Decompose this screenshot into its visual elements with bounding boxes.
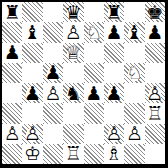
chess-board-frame: ♜♛♜♚♝♙♘♟♝♟♟♕♟♘♟♙♞♟♟♙♖♙♙♙♙♔♖♗: [0, 0, 168, 168]
white-bishop-icon[interactable]: ♗: [104, 144, 124, 164]
black-rook-icon[interactable]: ♜: [2, 2, 22, 22]
black-knight-icon[interactable]: ♞: [63, 83, 83, 103]
square-d7[interactable]: ♙: [63, 22, 83, 42]
square-d2[interactable]: [63, 124, 83, 144]
black-bishop-icon[interactable]: ♝: [124, 22, 144, 42]
square-e3[interactable]: [84, 103, 104, 123]
square-d8[interactable]: ♛: [63, 2, 83, 22]
white-pawn-icon[interactable]: ♙: [2, 124, 22, 144]
square-a6[interactable]: ♟: [2, 43, 22, 63]
white-pawn-icon[interactable]: ♙: [63, 22, 83, 42]
white-knight-icon[interactable]: ♘: [124, 63, 144, 83]
white-king-icon[interactable]: ♔: [22, 144, 42, 164]
square-e6[interactable]: [84, 43, 104, 63]
square-b1[interactable]: ♔: [22, 144, 42, 164]
square-a3[interactable]: [2, 103, 22, 123]
square-a5[interactable]: [2, 63, 22, 83]
square-b7[interactable]: ♝: [22, 22, 42, 42]
square-c5[interactable]: ♟: [43, 63, 63, 83]
square-a1[interactable]: [2, 144, 22, 164]
square-f2[interactable]: ♙: [104, 124, 124, 144]
black-pawn-icon[interactable]: ♟: [84, 83, 104, 103]
square-e8[interactable]: [84, 2, 104, 22]
white-knight-icon[interactable]: ♘: [84, 22, 104, 42]
square-f3[interactable]: [104, 103, 124, 123]
square-h3[interactable]: ♖: [145, 103, 165, 123]
square-h7[interactable]: ♟: [145, 22, 165, 42]
square-h8[interactable]: ♚: [145, 2, 165, 22]
white-pawn-icon[interactable]: ♙: [145, 83, 165, 103]
square-a8[interactable]: ♜: [2, 2, 22, 22]
square-c2[interactable]: [43, 124, 63, 144]
square-b2[interactable]: ♙: [22, 124, 42, 144]
square-c3[interactable]: [43, 103, 63, 123]
black-pawn-icon[interactable]: ♟: [2, 43, 22, 63]
square-e4[interactable]: ♟: [84, 83, 104, 103]
square-g5[interactable]: ♘: [124, 63, 144, 83]
square-e1[interactable]: [84, 144, 104, 164]
square-g7[interactable]: ♝: [124, 22, 144, 42]
square-b3[interactable]: [22, 103, 42, 123]
square-f7[interactable]: ♟: [104, 22, 124, 42]
black-rook-icon[interactable]: ♜: [104, 2, 124, 22]
square-e7[interactable]: ♘: [84, 22, 104, 42]
square-g1[interactable]: [124, 144, 144, 164]
square-d6[interactable]: ♕: [63, 43, 83, 63]
black-pawn-icon[interactable]: ♟: [104, 83, 124, 103]
square-a2[interactable]: ♙: [2, 124, 22, 144]
white-rook-icon[interactable]: ♖: [145, 103, 165, 123]
black-bishop-icon[interactable]: ♝: [22, 22, 42, 42]
square-g8[interactable]: [124, 2, 144, 22]
square-g2[interactable]: ♙: [124, 124, 144, 144]
square-b8[interactable]: [22, 2, 42, 22]
square-d5[interactable]: [63, 63, 83, 83]
square-d4[interactable]: ♞: [63, 83, 83, 103]
square-g6[interactable]: [124, 43, 144, 63]
square-g4[interactable]: [124, 83, 144, 103]
black-king-icon[interactable]: ♚: [145, 2, 165, 22]
square-d3[interactable]: [63, 103, 83, 123]
black-pawn-icon[interactable]: ♟: [104, 22, 124, 42]
square-c4[interactable]: ♙: [43, 83, 63, 103]
square-c6[interactable]: [43, 43, 63, 63]
square-e2[interactable]: [84, 124, 104, 144]
square-h6[interactable]: [145, 43, 165, 63]
square-h2[interactable]: [145, 124, 165, 144]
square-c1[interactable]: [43, 144, 63, 164]
black-pawn-icon[interactable]: ♟: [43, 63, 63, 83]
square-f1[interactable]: ♗: [104, 144, 124, 164]
black-pawn-icon[interactable]: ♟: [22, 83, 42, 103]
square-f8[interactable]: ♜: [104, 2, 124, 22]
black-pawn-icon[interactable]: ♟: [145, 22, 165, 42]
square-e5[interactable]: [84, 63, 104, 83]
white-pawn-icon[interactable]: ♙: [22, 124, 42, 144]
square-b5[interactable]: [22, 63, 42, 83]
white-queen-icon[interactable]: ♕: [63, 43, 83, 63]
square-c7[interactable]: [43, 22, 63, 42]
square-h4[interactable]: ♙: [145, 83, 165, 103]
white-pawn-icon[interactable]: ♙: [104, 124, 124, 144]
square-a7[interactable]: [2, 22, 22, 42]
square-h5[interactable]: [145, 63, 165, 83]
square-c8[interactable]: [43, 2, 63, 22]
white-rook-icon[interactable]: ♖: [63, 144, 83, 164]
square-f6[interactable]: [104, 43, 124, 63]
square-h1[interactable]: [145, 144, 165, 164]
white-pawn-icon[interactable]: ♙: [124, 124, 144, 144]
square-g3[interactable]: [124, 103, 144, 123]
square-b6[interactable]: [22, 43, 42, 63]
white-pawn-icon[interactable]: ♙: [43, 83, 63, 103]
square-a4[interactable]: [2, 83, 22, 103]
square-d1[interactable]: ♖: [63, 144, 83, 164]
square-b4[interactable]: ♟: [22, 83, 42, 103]
square-f5[interactable]: [104, 63, 124, 83]
black-queen-icon[interactable]: ♛: [63, 2, 83, 22]
square-f4[interactable]: ♟: [104, 83, 124, 103]
chess-board: ♜♛♜♚♝♙♘♟♝♟♟♕♟♘♟♙♞♟♟♙♖♙♙♙♙♔♖♗: [2, 2, 165, 164]
